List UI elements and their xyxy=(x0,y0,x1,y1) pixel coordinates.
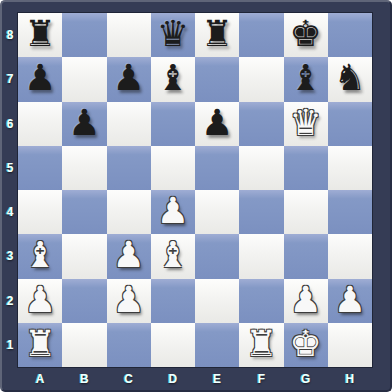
square-e1[interactable] xyxy=(195,323,239,367)
square-g8[interactable]: ♚ xyxy=(284,13,328,57)
square-f8[interactable] xyxy=(239,13,283,57)
square-e8[interactable]: ♜ xyxy=(195,13,239,57)
square-g4[interactable] xyxy=(284,190,328,234)
square-a2[interactable]: ♟ xyxy=(18,279,62,323)
black-bishop: ♝ xyxy=(157,60,189,96)
square-d7[interactable]: ♝ xyxy=(151,57,195,101)
square-c5[interactable] xyxy=(107,146,151,190)
square-e5[interactable] xyxy=(195,146,239,190)
square-b8[interactable] xyxy=(62,13,106,57)
square-d8[interactable]: ♛ xyxy=(151,13,195,57)
square-b2[interactable] xyxy=(62,279,106,323)
square-g6[interactable]: ♛ xyxy=(284,102,328,146)
file-label-b: B xyxy=(80,372,89,386)
square-f3[interactable] xyxy=(239,234,283,278)
square-e2[interactable] xyxy=(195,279,239,323)
square-c2[interactable]: ♟ xyxy=(107,279,151,323)
black-rook: ♜ xyxy=(24,16,56,52)
rank-label-1: 1 xyxy=(7,338,14,352)
white-pawn: ♟ xyxy=(112,237,144,273)
square-h8[interactable] xyxy=(328,13,372,57)
white-king: ♚ xyxy=(289,326,321,362)
black-pawn: ♟ xyxy=(68,105,100,141)
square-f2[interactable] xyxy=(239,279,283,323)
white-pawn: ♟ xyxy=(334,282,366,318)
white-bishop: ♝ xyxy=(24,237,56,273)
square-d3[interactable]: ♝ xyxy=(151,234,195,278)
square-c4[interactable] xyxy=(107,190,151,234)
white-bishop: ♝ xyxy=(157,237,189,273)
square-d2[interactable] xyxy=(151,279,195,323)
square-a3[interactable]: ♝ xyxy=(18,234,62,278)
square-c7[interactable]: ♟ xyxy=(107,57,151,101)
black-pawn: ♟ xyxy=(112,60,144,96)
white-pawn: ♟ xyxy=(112,282,144,318)
file-label-f: F xyxy=(258,372,265,386)
square-a6[interactable] xyxy=(18,102,62,146)
square-h6[interactable] xyxy=(328,102,372,146)
rank-label-5: 5 xyxy=(7,161,14,175)
square-g2[interactable]: ♟ xyxy=(284,279,328,323)
square-b5[interactable] xyxy=(62,146,106,190)
square-d6[interactable] xyxy=(151,102,195,146)
white-pawn: ♟ xyxy=(24,282,56,318)
square-g3[interactable] xyxy=(284,234,328,278)
square-e4[interactable] xyxy=(195,190,239,234)
square-c8[interactable] xyxy=(107,13,151,57)
square-h5[interactable] xyxy=(328,146,372,190)
square-g7[interactable]: ♝ xyxy=(284,57,328,101)
file-labels: ABCDEFGH xyxy=(18,367,372,389)
square-b6[interactable]: ♟ xyxy=(62,102,106,146)
black-pawn: ♟ xyxy=(201,105,233,141)
file-label-a: A xyxy=(36,372,45,386)
white-pawn: ♟ xyxy=(289,282,321,318)
chess-board[interactable]: ♜♛♜♚♟♟♝♝♞♟♟♛♟♝♟♝♟♟♟♟♜♜♚ xyxy=(18,13,372,367)
square-e7[interactable] xyxy=(195,57,239,101)
square-c6[interactable] xyxy=(107,102,151,146)
white-rook: ♜ xyxy=(245,326,277,362)
square-d5[interactable] xyxy=(151,146,195,190)
square-d4[interactable]: ♟ xyxy=(151,190,195,234)
rank-label-2: 2 xyxy=(7,294,14,308)
square-a7[interactable]: ♟ xyxy=(18,57,62,101)
square-f1[interactable]: ♜ xyxy=(239,323,283,367)
rank-labels: 87654321 xyxy=(2,13,18,367)
square-h7[interactable]: ♞ xyxy=(328,57,372,101)
square-a4[interactable] xyxy=(18,190,62,234)
square-a5[interactable] xyxy=(18,146,62,190)
square-d1[interactable] xyxy=(151,323,195,367)
square-b3[interactable] xyxy=(62,234,106,278)
square-g5[interactable] xyxy=(284,146,328,190)
square-a1[interactable]: ♜ xyxy=(18,323,62,367)
square-f6[interactable] xyxy=(239,102,283,146)
square-a8[interactable]: ♜ xyxy=(18,13,62,57)
square-b4[interactable] xyxy=(62,190,106,234)
file-label-c: C xyxy=(124,372,133,386)
rank-label-7: 7 xyxy=(7,72,14,86)
rank-label-4: 4 xyxy=(7,205,14,219)
black-rook: ♜ xyxy=(201,16,233,52)
square-f4[interactable] xyxy=(239,190,283,234)
black-knight: ♞ xyxy=(334,60,366,96)
chess-board-frame: 87654321 ♜♛♜♚♟♟♝♝♞♟♟♛♟♝♟♝♟♟♟♟♜♜♚ ABCDEFG… xyxy=(0,0,392,392)
square-c3[interactable]: ♟ xyxy=(107,234,151,278)
square-h2[interactable]: ♟ xyxy=(328,279,372,323)
white-queen: ♛ xyxy=(289,105,321,141)
square-b1[interactable] xyxy=(62,323,106,367)
black-queen: ♛ xyxy=(157,16,189,52)
rank-label-3: 3 xyxy=(7,249,14,263)
file-label-h: H xyxy=(346,372,355,386)
rank-label-8: 8 xyxy=(7,28,14,42)
square-f5[interactable] xyxy=(239,146,283,190)
square-h1[interactable] xyxy=(328,323,372,367)
square-f7[interactable] xyxy=(239,57,283,101)
square-h4[interactable] xyxy=(328,190,372,234)
square-g1[interactable]: ♚ xyxy=(284,323,328,367)
square-e6[interactable]: ♟ xyxy=(195,102,239,146)
file-label-g: G xyxy=(301,372,310,386)
white-rook: ♜ xyxy=(24,326,56,362)
black-pawn: ♟ xyxy=(24,60,56,96)
white-pawn: ♟ xyxy=(157,193,189,229)
rank-label-6: 6 xyxy=(7,117,14,131)
black-king: ♚ xyxy=(289,16,321,52)
square-b7[interactable] xyxy=(62,57,106,101)
file-label-e: E xyxy=(213,372,221,386)
black-bishop: ♝ xyxy=(289,60,321,96)
square-c1[interactable] xyxy=(107,323,151,367)
square-h3[interactable] xyxy=(328,234,372,278)
square-e3[interactable] xyxy=(195,234,239,278)
file-label-d: D xyxy=(169,372,178,386)
